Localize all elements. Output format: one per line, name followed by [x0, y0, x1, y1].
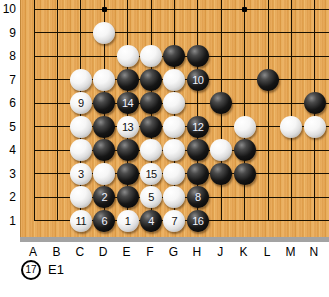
col-label-J: J	[211, 245, 229, 259]
go-diagram: 10987654321 10914131231525811614716 ABCD…	[0, 0, 329, 297]
col-label-K: K	[235, 245, 253, 259]
move-number: 2	[101, 191, 107, 203]
stone-white-C6[interactable]: 9	[70, 92, 92, 114]
grid-line	[34, 0, 35, 221]
stone-white-C3[interactable]: 3	[70, 163, 92, 185]
stone-black-E4[interactable]	[117, 139, 139, 161]
col-label-M: M	[281, 245, 299, 259]
stone-black-L7[interactable]	[257, 69, 279, 91]
stone-white-G2[interactable]	[163, 186, 185, 208]
stone-white-D7[interactable]	[93, 69, 115, 91]
stone-white-G6[interactable]	[163, 92, 185, 114]
stone-black-H2[interactable]: 8	[187, 186, 209, 208]
stone-black-K3[interactable]	[234, 163, 256, 185]
board-shadow	[20, 237, 329, 242]
stone-black-D4[interactable]	[93, 139, 115, 161]
stone-white-D3[interactable]	[93, 163, 115, 185]
stone-black-F5[interactable]	[140, 116, 162, 138]
move-number: 6	[101, 215, 107, 227]
stone-black-K4[interactable]	[234, 139, 256, 161]
star-point	[242, 7, 247, 12]
row-label-1: 1	[0, 213, 16, 229]
stone-black-H5[interactable]: 12	[187, 116, 209, 138]
stone-white-D9[interactable]	[93, 22, 115, 44]
stone-white-C5[interactable]	[70, 116, 92, 138]
col-label-C: C	[71, 245, 89, 259]
stone-white-N5[interactable]	[304, 116, 326, 138]
row-label-6: 6	[0, 95, 16, 111]
stone-black-D5[interactable]	[93, 116, 115, 138]
stone-black-F1[interactable]: 4	[140, 210, 162, 232]
move-number: 7	[172, 215, 178, 227]
grid-line	[34, 32, 329, 33]
stone-white-C1[interactable]: 11	[70, 210, 92, 232]
stone-white-E1[interactable]: 1	[117, 210, 139, 232]
stone-black-D6[interactable]	[93, 92, 115, 114]
row-label-8: 8	[0, 48, 16, 64]
col-label-L: L	[258, 245, 276, 259]
stone-white-F2[interactable]: 5	[140, 186, 162, 208]
move-number: 8	[195, 191, 201, 203]
stone-white-F4[interactable]	[140, 139, 162, 161]
stone-black-D2[interactable]: 2	[93, 186, 115, 208]
annotation-point-label: E1	[48, 262, 64, 277]
stone-white-F8[interactable]	[140, 45, 162, 67]
row-label-3: 3	[0, 166, 16, 182]
move-number: 11	[76, 215, 86, 227]
row-label-5: 5	[0, 119, 16, 135]
move-number: 10	[192, 74, 203, 86]
move-number: 1	[125, 215, 131, 227]
grid-line	[244, 0, 245, 221]
stone-black-J6[interactable]	[210, 92, 232, 114]
move-number: 9	[78, 97, 84, 109]
move-number: 12	[192, 121, 203, 133]
stone-black-H4[interactable]	[187, 139, 209, 161]
stone-black-D1[interactable]: 6	[93, 210, 115, 232]
move-annotation: 17 E1	[21, 259, 64, 280]
grid-line	[34, 9, 329, 10]
stone-white-J4[interactable]	[210, 139, 232, 161]
stone-white-C7[interactable]	[70, 69, 92, 91]
col-label-E: E	[118, 245, 136, 259]
move-number: 5	[148, 191, 154, 203]
row-label-9: 9	[0, 25, 16, 41]
stone-white-C2[interactable]	[70, 186, 92, 208]
stone-white-C4[interactable]	[70, 139, 92, 161]
move-number: 4	[148, 215, 154, 227]
stone-black-H8[interactable]	[187, 45, 209, 67]
stone-white-E8[interactable]	[117, 45, 139, 67]
stone-black-E2[interactable]	[117, 186, 139, 208]
stone-white-K5[interactable]	[234, 116, 256, 138]
stone-white-M5[interactable]	[280, 116, 302, 138]
stone-white-G4[interactable]	[163, 139, 185, 161]
row-label-7: 7	[0, 72, 16, 88]
stone-white-G5[interactable]	[163, 116, 185, 138]
grid-line	[268, 0, 269, 221]
stone-white-G3[interactable]	[163, 163, 185, 185]
move-number: 3	[78, 168, 84, 180]
move-number: 14	[122, 97, 133, 109]
stone-white-G1[interactable]: 7	[163, 210, 185, 232]
annotation-move-circle: 17	[21, 260, 41, 280]
col-label-D: D	[94, 245, 112, 259]
row-label-4: 4	[0, 142, 16, 158]
row-label-2: 2	[0, 189, 16, 205]
stone-black-E3[interactable]	[117, 163, 139, 185]
stone-black-H3[interactable]	[187, 163, 209, 185]
stone-white-G7[interactable]	[163, 69, 185, 91]
move-number: 13	[122, 121, 133, 133]
grid-line	[57, 0, 58, 221]
move-number: 16	[192, 215, 203, 227]
row-label-10: 10	[0, 1, 16, 17]
stone-black-H1[interactable]: 16	[187, 210, 209, 232]
col-label-F: F	[141, 245, 159, 259]
stone-black-E6[interactable]: 14	[117, 92, 139, 114]
stone-black-J3[interactable]	[210, 163, 232, 185]
stone-black-N6[interactable]	[304, 92, 326, 114]
stone-black-E7[interactable]	[117, 69, 139, 91]
grid-line	[291, 0, 292, 221]
stone-black-H7[interactable]: 10	[187, 69, 209, 91]
stone-black-G8[interactable]	[163, 45, 185, 67]
col-label-A: A	[24, 245, 42, 259]
goban[interactable]: 10914131231525811614716	[20, 0, 329, 237]
star-point	[102, 7, 107, 12]
col-label-B: B	[47, 245, 65, 259]
stone-black-F7[interactable]	[140, 69, 162, 91]
col-label-N: N	[305, 245, 323, 259]
col-label-H: H	[188, 245, 206, 259]
col-label-G: G	[164, 245, 182, 259]
move-number: 15	[145, 168, 156, 180]
stone-white-F3[interactable]: 15	[140, 163, 162, 185]
stone-white-E5[interactable]: 13	[117, 116, 139, 138]
stone-black-F6[interactable]	[140, 92, 162, 114]
